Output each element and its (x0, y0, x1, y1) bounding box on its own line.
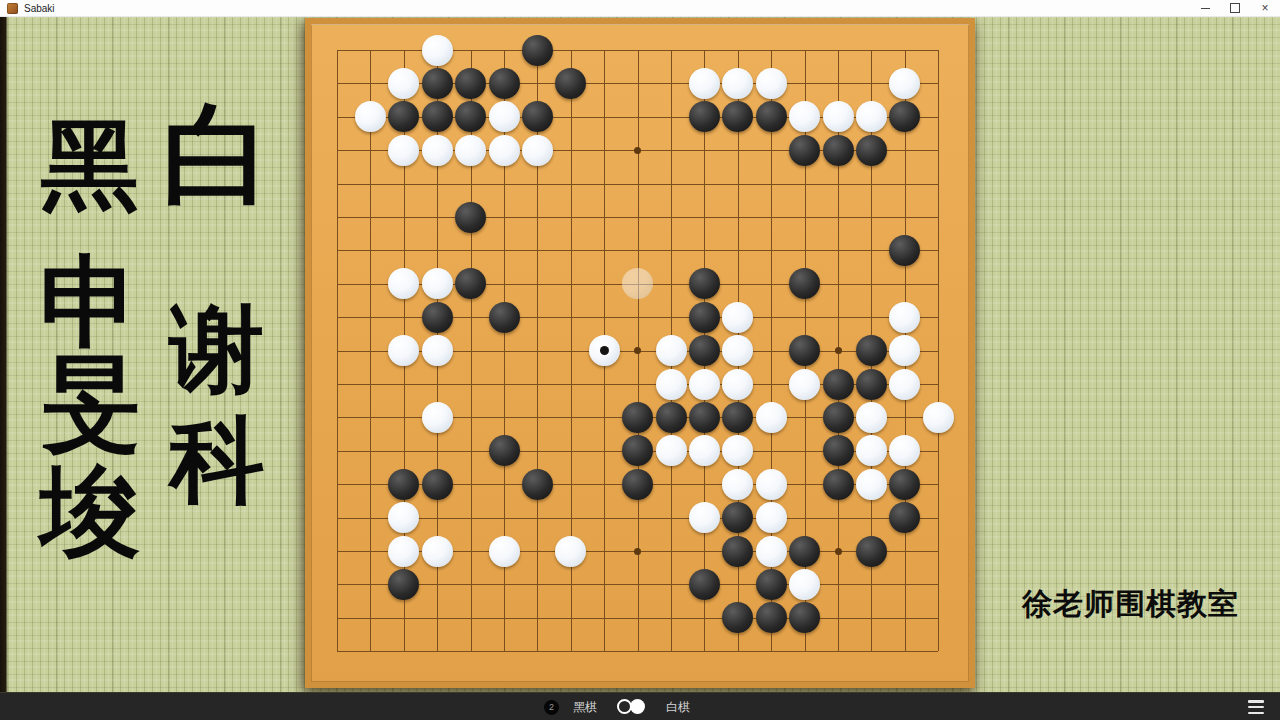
black-stone[interactable] (422, 101, 453, 132)
black-stone[interactable] (756, 602, 787, 633)
white-stone[interactable] (656, 369, 687, 400)
caption-character: 埈 (34, 462, 146, 562)
white-stone[interactable] (722, 68, 753, 99)
white-stone[interactable] (722, 369, 753, 400)
white-stone[interactable] (689, 68, 720, 99)
white-stone[interactable] (689, 435, 720, 466)
white-stone[interactable] (689, 502, 720, 533)
white-stone[interactable] (856, 469, 887, 500)
white-stone[interactable] (789, 569, 820, 600)
black-stone[interactable] (722, 502, 753, 533)
white-stone[interactable] (856, 101, 887, 132)
ghost-stone (622, 268, 653, 299)
black-stone[interactable] (388, 469, 419, 500)
caption-character: 科 (158, 413, 276, 508)
black-stone[interactable] (689, 335, 720, 366)
black-stone[interactable] (722, 536, 753, 567)
star-point (634, 548, 641, 555)
black-stone[interactable] (422, 68, 453, 99)
white-stone[interactable] (756, 502, 787, 533)
white-stone[interactable] (489, 101, 520, 132)
white-stone[interactable] (422, 335, 453, 366)
white-stone[interactable] (656, 435, 687, 466)
white-stone[interactable] (889, 335, 920, 366)
caption-character: 谢 (158, 302, 276, 397)
black-stone[interactable] (756, 101, 787, 132)
turn-indicator-group: 2 黑棋 白棋 (544, 699, 690, 716)
white-stone[interactable] (756, 469, 787, 500)
white-stone[interactable] (722, 302, 753, 333)
caption-character: 黑 (34, 116, 146, 214)
black-stone[interactable] (689, 101, 720, 132)
white-stone[interactable] (422, 135, 453, 166)
white-stone[interactable] (756, 536, 787, 567)
white-toggle-knob-icon (630, 699, 645, 714)
black-stone[interactable] (489, 68, 520, 99)
white-stone[interactable] (388, 335, 419, 366)
white-stone[interactable] (656, 335, 687, 366)
black-stone[interactable] (756, 569, 787, 600)
white-stone[interactable] (689, 369, 720, 400)
black-stone[interactable] (689, 302, 720, 333)
white-stone[interactable] (789, 369, 820, 400)
caption-character: 旻 (34, 352, 146, 452)
grid-line (938, 50, 939, 651)
white-stone[interactable] (455, 135, 486, 166)
watermark-text: 徐老师围棋教室 (1022, 584, 1239, 625)
hamburger-icon (1248, 712, 1264, 715)
white-stone[interactable] (789, 101, 820, 132)
black-stone[interactable] (722, 402, 753, 433)
close-button[interactable]: × (1250, 0, 1280, 16)
black-stone[interactable] (789, 602, 820, 633)
black-stone[interactable] (422, 469, 453, 500)
black-player-label: 黑棋 (573, 699, 597, 716)
white-stone[interactable] (422, 268, 453, 299)
black-stone[interactable] (455, 202, 486, 233)
hamburger-icon (1248, 706, 1264, 709)
white-stone[interactable] (489, 135, 520, 166)
black-stone[interactable] (689, 569, 720, 600)
maximize-icon (1230, 3, 1240, 13)
black-stone[interactable] (856, 335, 887, 366)
white-stone[interactable] (422, 35, 453, 66)
grid-line (337, 618, 938, 619)
grid-line (337, 651, 938, 652)
white-stone[interactable] (856, 435, 887, 466)
white-stone[interactable] (489, 536, 520, 567)
black-stone[interactable] (789, 536, 820, 567)
white-stone[interactable] (889, 369, 920, 400)
white-stone[interactable] (388, 135, 419, 166)
black-stone[interactable] (555, 68, 586, 99)
caption-character: 白 (158, 100, 276, 210)
left-shadow-edge (0, 16, 8, 692)
black-stone[interactable] (823, 469, 854, 500)
white-stone[interactable] (555, 536, 586, 567)
black-stone[interactable] (422, 302, 453, 333)
black-stone[interactable] (789, 135, 820, 166)
black-stone[interactable] (823, 402, 854, 433)
go-board[interactable] (305, 18, 975, 688)
white-stone[interactable] (422, 536, 453, 567)
black-stone[interactable] (489, 302, 520, 333)
white-stone[interactable] (355, 101, 386, 132)
white-stone[interactable] (388, 536, 419, 567)
black-stone[interactable] (522, 101, 553, 132)
white-stone[interactable] (388, 268, 419, 299)
current-move-marker (600, 346, 609, 355)
caption-character: 申 (34, 252, 146, 352)
black-stone[interactable] (823, 135, 854, 166)
black-stone[interactable] (622, 469, 653, 500)
star-point (634, 147, 641, 154)
grid-line (337, 518, 938, 519)
black-capture-badge: 2 (544, 700, 559, 715)
white-stone[interactable] (923, 402, 954, 433)
black-stone[interactable] (455, 68, 486, 99)
white-stone[interactable] (722, 335, 753, 366)
white-player-caption: 白谢科 (158, 0, 276, 700)
black-stone[interactable] (789, 335, 820, 366)
black-stone[interactable] (689, 268, 720, 299)
black-stone[interactable] (823, 435, 854, 466)
hamburger-menu-button[interactable] (1248, 700, 1264, 714)
white-stone[interactable] (856, 402, 887, 433)
black-stone[interactable] (722, 602, 753, 633)
black-stone[interactable] (856, 369, 887, 400)
white-stone[interactable] (756, 68, 787, 99)
title-bar: Sabaki × (0, 0, 1280, 17)
grid-line (337, 584, 938, 585)
white-stone[interactable] (889, 435, 920, 466)
white-stone[interactable] (889, 302, 920, 333)
black-stone[interactable] (489, 435, 520, 466)
black-stone[interactable] (455, 101, 486, 132)
minimize-icon (1201, 8, 1210, 9)
white-stone[interactable] (589, 335, 620, 366)
black-stone[interactable] (388, 101, 419, 132)
white-stone[interactable] (756, 402, 787, 433)
black-stone[interactable] (522, 469, 553, 500)
black-player-caption: 黑申旻埈 (34, 0, 146, 700)
black-stone[interactable] (889, 235, 920, 266)
star-point (835, 548, 842, 555)
white-stone[interactable] (388, 68, 419, 99)
maximize-button[interactable] (1220, 0, 1250, 16)
black-stone[interactable] (789, 268, 820, 299)
black-stone[interactable] (889, 469, 920, 500)
sabaki-app-icon (7, 3, 18, 14)
star-point (835, 347, 842, 354)
black-stone[interactable] (823, 369, 854, 400)
player-turn-toggle[interactable] (617, 699, 646, 715)
white-stone[interactable] (722, 435, 753, 466)
hamburger-icon (1248, 700, 1264, 703)
white-stone[interactable] (823, 101, 854, 132)
black-stone[interactable] (622, 402, 653, 433)
black-stone[interactable] (455, 268, 486, 299)
white-stone[interactable] (889, 68, 920, 99)
white-stone[interactable] (522, 135, 553, 166)
black-stone[interactable] (689, 402, 720, 433)
black-stone[interactable] (622, 435, 653, 466)
white-stone[interactable] (422, 402, 453, 433)
white-stone[interactable] (388, 502, 419, 533)
black-stone[interactable] (722, 101, 753, 132)
black-stone[interactable] (856, 536, 887, 567)
window-controls: × (1190, 0, 1280, 16)
close-icon: × (1261, 2, 1268, 14)
window-title: Sabaki (24, 3, 55, 14)
star-point (634, 347, 641, 354)
white-stone[interactable] (722, 469, 753, 500)
black-stone[interactable] (889, 101, 920, 132)
black-stone[interactable] (656, 402, 687, 433)
black-stone[interactable] (889, 502, 920, 533)
black-stone[interactable] (856, 135, 887, 166)
minimize-button[interactable] (1190, 0, 1220, 16)
white-player-label: 白棋 (666, 699, 690, 716)
black-stone[interactable] (522, 35, 553, 66)
black-stone[interactable] (388, 569, 419, 600)
bottom-bar: 2 黑棋 白棋 (0, 692, 1280, 720)
